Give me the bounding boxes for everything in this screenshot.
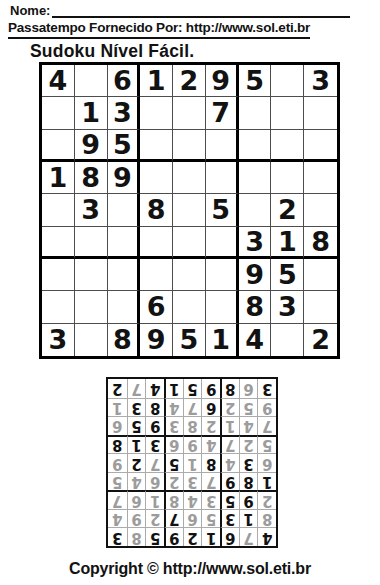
puzzle-cell-r8c8: 3: [271, 291, 304, 323]
solution-cell-r2c3: 3: [220, 509, 239, 528]
puzzle-cell-r7c8: 5: [271, 259, 304, 291]
puzzle-cell-r3c7[interactable]: [239, 130, 272, 162]
puzzle-cell-r9c1: 3: [42, 324, 75, 356]
puzzle-cell-r7c6[interactable]: [206, 259, 239, 291]
puzzle-cell-r1c2[interactable]: [75, 65, 108, 97]
puzzle-cell-r7c5[interactable]: [173, 259, 206, 291]
puzzle-cell-r1c8[interactable]: [271, 65, 304, 97]
solution-cell-r6c2: 2: [239, 435, 258, 454]
puzzle-cell-r9c5: 5: [173, 324, 206, 356]
puzzle-cell-r6c1[interactable]: [42, 227, 75, 259]
puzzle-cell-r9c2[interactable]: [75, 324, 108, 356]
puzzle-cell-r3c8[interactable]: [271, 130, 304, 162]
solution-cell-r3c4: 3: [201, 490, 220, 509]
puzzle-cell-r3c5[interactable]: [173, 130, 206, 162]
solution-cell-r5c1: 6: [257, 453, 276, 472]
solution-cell-r6c7: 3: [145, 435, 164, 454]
puzzle-cell-r8c5[interactable]: [173, 291, 206, 323]
solution-cell-r3c3: 5: [220, 490, 239, 509]
solution-cell-r3c9: 7: [108, 490, 127, 509]
solution-cell-r1c7: 5: [145, 527, 164, 546]
solution-cell-r6c4: 4: [201, 435, 220, 454]
name-label: Nome:: [10, 3, 50, 18]
puzzle-cell-r7c7: 9: [239, 259, 272, 291]
solution-cell-r6c6: 6: [164, 435, 183, 454]
puzzle-cell-r4c7[interactable]: [239, 162, 272, 194]
solution-cell-r5c8: 2: [127, 453, 146, 472]
solution-cell-r8c9: 1: [108, 398, 127, 417]
puzzle-cell-r9c9: 2: [304, 324, 337, 356]
solution-cell-r9c8: 7: [127, 379, 146, 398]
solution-cell-r2c4: 5: [201, 509, 220, 528]
puzzle-cell-r5c8: 2: [271, 194, 304, 226]
name-row: Nome:: [10, 2, 350, 18]
puzzle-cell-r9c3: 8: [108, 324, 141, 356]
solution-cell-r2c1: 8: [257, 509, 276, 528]
solution-cell-r4c1: 1: [257, 472, 276, 491]
solution-cell-r4c7: 6: [145, 472, 164, 491]
puzzle-cell-r6c3[interactable]: [108, 227, 141, 259]
puzzle-cell-r6c6[interactable]: [206, 227, 239, 259]
solution-cell-r7c5: 8: [183, 416, 202, 435]
puzzle-cell-r4c3: 9: [108, 162, 141, 194]
puzzle-cell-r7c9[interactable]: [304, 259, 337, 291]
solution-cell-r3c2: 9: [239, 490, 258, 509]
solution-cell-r2c2: 1: [239, 509, 258, 528]
puzzle-cell-r8c6[interactable]: [206, 291, 239, 323]
puzzle-cell-r5c5[interactable]: [173, 194, 206, 226]
puzzle-cell-r6c7: 3: [239, 227, 272, 259]
puzzle-cell-r6c9: 8: [304, 227, 337, 259]
puzzle-cell-r7c3[interactable]: [108, 259, 141, 291]
copyright-text: Copyright © http://www.sol.eti.br: [0, 560, 380, 578]
solution-cell-r8c6: 4: [164, 398, 183, 417]
puzzle-cell-r2c9[interactable]: [304, 97, 337, 129]
puzzle-grid[interactable]: 4612953137951893852318956833895142: [39, 62, 340, 359]
puzzle-cell-r5c9[interactable]: [304, 194, 337, 226]
solution-cell-r8c4: 6: [201, 398, 220, 417]
name-blank-line[interactable]: [52, 2, 350, 18]
solution-cell-r4c5: 3: [183, 472, 202, 491]
puzzle-cell-r2c4[interactable]: [140, 97, 173, 129]
puzzle-cell-r6c8: 1: [271, 227, 304, 259]
solution-cell-r4c9: 5: [108, 472, 127, 491]
puzzle-cell-r1c6: 9: [206, 65, 239, 97]
puzzle-cell-r9c8[interactable]: [271, 324, 304, 356]
solution-cell-r1c3: 6: [220, 527, 239, 546]
puzzle-cell-r1c4: 1: [140, 65, 173, 97]
solution-cell-r3c7: 1: [145, 490, 164, 509]
puzzle-cell-r4c4[interactable]: [140, 162, 173, 194]
puzzle-cell-r7c4[interactable]: [140, 259, 173, 291]
solution-cell-r8c7: 8: [145, 398, 164, 417]
puzzle-cell-r4c6[interactable]: [206, 162, 239, 194]
puzzle-cell-r2c8[interactable]: [271, 97, 304, 129]
solution-grid: 4761295838135672942953481671897326456348…: [106, 377, 278, 548]
puzzle-cell-r5c7[interactable]: [239, 194, 272, 226]
solution-cell-r5c3: 4: [220, 453, 239, 472]
solution-cell-r7c1: 7: [257, 416, 276, 435]
puzzle-cell-r6c2[interactable]: [75, 227, 108, 259]
puzzle-cell-r9c4: 9: [140, 324, 173, 356]
puzzle-cell-r8c2[interactable]: [75, 291, 108, 323]
puzzle-cell-r1c9: 3: [304, 65, 337, 97]
puzzle-cell-r4c8[interactable]: [271, 162, 304, 194]
solution-cell-r5c9: 9: [108, 453, 127, 472]
solution-cell-r9c7: 4: [145, 379, 164, 398]
puzzle-cell-r4c1: 1: [42, 162, 75, 194]
solution-cell-r1c2: 7: [239, 527, 258, 546]
solution-cell-r5c5: 1: [183, 453, 202, 472]
solution-cell-r3c1: 2: [257, 490, 276, 509]
puzzle-cell-r3c1[interactable]: [42, 130, 75, 162]
puzzle-cell-r2c3: 3: [108, 97, 141, 129]
puzzle-cell-r7c1[interactable]: [42, 259, 75, 291]
solution-cell-r6c8: 1: [127, 435, 146, 454]
puzzle-cell-r5c6: 5: [206, 194, 239, 226]
puzzle-cell-r3c2: 9: [75, 130, 108, 162]
solution-cell-r9c6: 1: [164, 379, 183, 398]
solution-cell-r8c8: 3: [127, 398, 146, 417]
puzzle-cell-r5c4: 8: [140, 194, 173, 226]
solution-cell-r4c4: 7: [201, 472, 220, 491]
puzzle-cell-r6c5[interactable]: [173, 227, 206, 259]
puzzle-cell-r8c3[interactable]: [108, 291, 141, 323]
solution-cell-r6c5: 9: [183, 435, 202, 454]
solution-cell-r2c9: 4: [108, 509, 127, 528]
solution-cell-r7c2: 4: [239, 416, 258, 435]
solution-cell-r1c9: 3: [108, 527, 127, 546]
puzzle-cell-r8c4: 6: [140, 291, 173, 323]
solution-cell-r1c4: 1: [201, 527, 220, 546]
solution-cell-r7c7: 9: [145, 416, 164, 435]
solution-cell-r5c7: 7: [145, 453, 164, 472]
puzzle-cell-r9c7: 4: [239, 324, 272, 356]
solution-cell-r9c9: 2: [108, 379, 127, 398]
solution-cell-r6c3: 7: [220, 435, 239, 454]
solution-cell-r9c3: 8: [220, 379, 239, 398]
solution-cell-r7c6: 3: [164, 416, 183, 435]
solution-cell-r4c3: 9: [220, 472, 239, 491]
solution-cell-r3c8: 6: [127, 490, 146, 509]
solution-cell-r3c5: 4: [183, 490, 202, 509]
solution-cell-r7c3: 1: [220, 416, 239, 435]
puzzle-cell-r4c2: 8: [75, 162, 108, 194]
solution-cell-r6c1: 5: [257, 435, 276, 454]
puzzle-cell-r6c4[interactable]: [140, 227, 173, 259]
provided-by-text: Passatempo Fornecido Por: http://www.sol…: [8, 20, 310, 39]
solution-cell-r8c1: 9: [257, 398, 276, 417]
solution-cell-r9c4: 9: [201, 379, 220, 398]
puzzle-cell-r3c3: 5: [108, 130, 141, 162]
puzzle-cell-r8c9[interactable]: [304, 291, 337, 323]
puzzle-cell-r8c7: 8: [239, 291, 272, 323]
solution-cell-r8c5: 7: [183, 398, 202, 417]
solution-cell-r6c9: 8: [108, 435, 127, 454]
puzzle-cell-r8c1[interactable]: [42, 291, 75, 323]
solution-cell-r8c3: 2: [220, 398, 239, 417]
solution-cell-r2c6: 7: [164, 509, 183, 528]
solution-cell-r5c2: 3: [239, 453, 258, 472]
solution-cell-r4c6: 2: [164, 472, 183, 491]
solution-cell-r7c8: 5: [127, 416, 146, 435]
solution-cell-r5c4: 8: [201, 453, 220, 472]
solution-cell-r2c7: 2: [145, 509, 164, 528]
solution-cell-r4c2: 8: [239, 472, 258, 491]
page-title: Sudoku Nível Fácil.: [30, 41, 194, 62]
puzzle-cell-r5c2: 3: [75, 194, 108, 226]
puzzle-cell-r7c2[interactable]: [75, 259, 108, 291]
puzzle-cell-r3c6[interactable]: [206, 130, 239, 162]
solution-cell-r1c6: 9: [164, 527, 183, 546]
puzzle-cell-r2c2: 1: [75, 97, 108, 129]
puzzle-cell-r5c3[interactable]: [108, 194, 141, 226]
solution-cell-r2c8: 9: [127, 509, 146, 528]
puzzle-cell-r2c7[interactable]: [239, 97, 272, 129]
solution-cell-r8c2: 5: [239, 398, 258, 417]
puzzle-cell-r1c3: 6: [108, 65, 141, 97]
solution-cell-r7c9: 6: [108, 416, 127, 435]
solution-cell-r5c6: 5: [164, 453, 183, 472]
puzzle-cell-r2c1[interactable]: [42, 97, 75, 129]
solution-cell-r7c4: 2: [201, 416, 220, 435]
puzzle-cell-r1c5: 2: [173, 65, 206, 97]
puzzle-cell-r9c6: 1: [206, 324, 239, 356]
solution-cell-r9c1: 3: [257, 379, 276, 398]
puzzle-cell-r4c9[interactable]: [304, 162, 337, 194]
solution-cell-r1c1: 4: [257, 527, 276, 546]
puzzle-cell-r3c9[interactable]: [304, 130, 337, 162]
puzzle-cell-r1c1: 4: [42, 65, 75, 97]
solution-cell-r9c2: 6: [239, 379, 258, 398]
puzzle-cell-r2c6: 7: [206, 97, 239, 129]
solution-cell-r2c5: 6: [183, 509, 202, 528]
solution-cell-r3c6: 8: [164, 490, 183, 509]
puzzle-cell-r1c7: 5: [239, 65, 272, 97]
puzzle-cell-r5c1[interactable]: [42, 194, 75, 226]
solution-cell-r4c8: 4: [127, 472, 146, 491]
solution-cell-r9c5: 5: [183, 379, 202, 398]
puzzle-cell-r4c5[interactable]: [173, 162, 206, 194]
solution-cell-r1c8: 8: [127, 527, 146, 546]
solution-cell-r1c5: 2: [183, 527, 202, 546]
puzzle-cell-r2c5[interactable]: [173, 97, 206, 129]
puzzle-cell-r3c4[interactable]: [140, 130, 173, 162]
